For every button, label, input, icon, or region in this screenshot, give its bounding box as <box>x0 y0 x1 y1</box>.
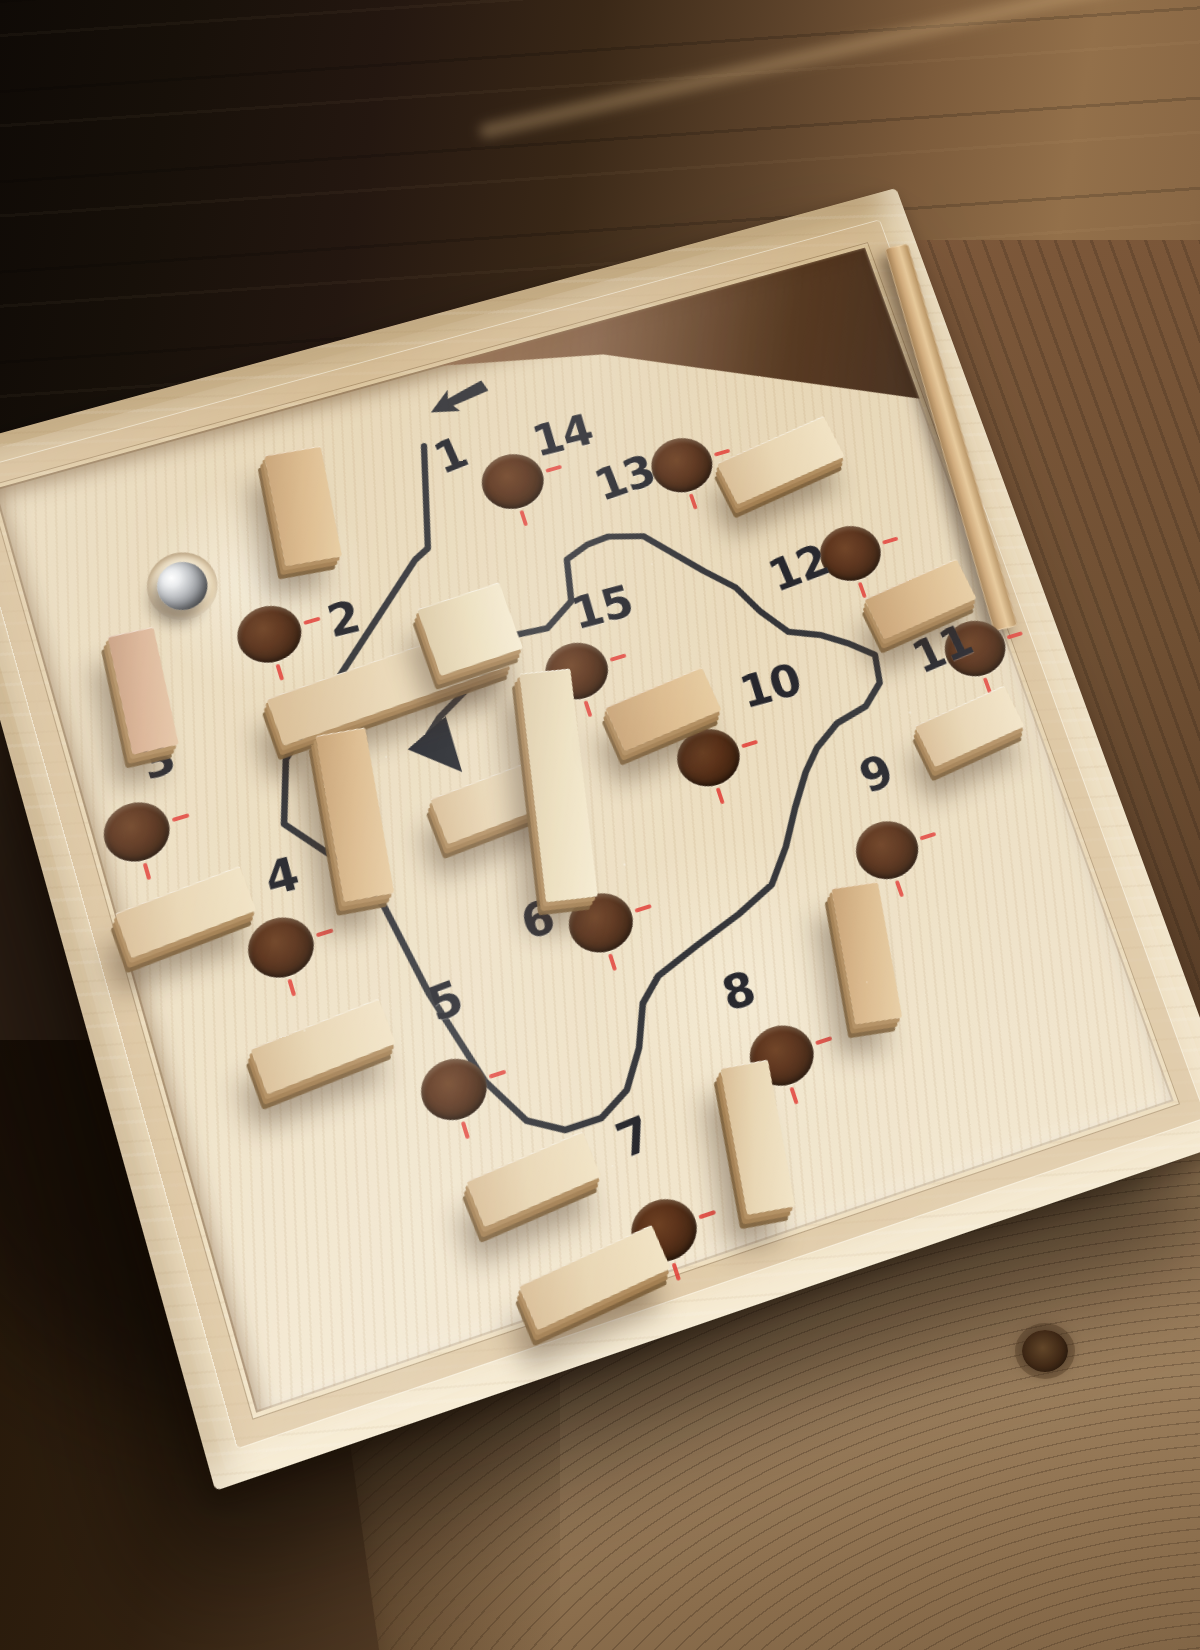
route-start-arrow-icon <box>425 375 492 421</box>
wood-knot-nail <box>1022 1330 1068 1372</box>
